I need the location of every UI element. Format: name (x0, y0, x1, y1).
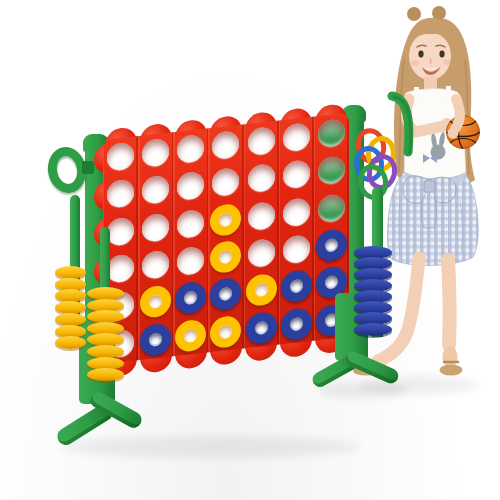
board-cell (208, 236, 243, 277)
board-cell (279, 266, 314, 307)
board-cell (314, 150, 349, 191)
yellow-disc (175, 318, 206, 352)
board-cell (138, 319, 173, 360)
board-cell (244, 121, 279, 162)
blue-disc (210, 277, 241, 311)
empty-hole (283, 122, 310, 152)
yellow-disc (140, 285, 171, 319)
board-cell (279, 191, 314, 232)
board-cell (173, 240, 208, 281)
empty-hole (248, 238, 275, 268)
board-cell (173, 315, 208, 356)
blue-disc (316, 228, 347, 262)
board-cell (244, 195, 279, 236)
blue-disc (175, 281, 206, 315)
yellow-disc (246, 273, 277, 307)
empty-hole (318, 118, 345, 148)
yellow-disc (210, 203, 241, 237)
empty-hole (142, 250, 169, 280)
empty-hole (318, 156, 345, 186)
product-photo-scene (0, 0, 500, 500)
empty-hole (107, 254, 134, 284)
board-cell (173, 128, 208, 169)
empty-hole (142, 138, 169, 168)
connect-four-board (103, 113, 349, 364)
blue-disc (246, 311, 277, 345)
board-cell (138, 170, 173, 211)
board-cell (279, 154, 314, 195)
empty-hole (212, 130, 239, 160)
board-cell (173, 203, 208, 244)
board-cell (208, 311, 243, 352)
blue-disc (281, 307, 312, 341)
empty-hole (177, 134, 204, 164)
board-cell (208, 124, 243, 165)
empty-hole (248, 164, 275, 194)
board-cell (138, 244, 173, 285)
sandal (440, 365, 463, 376)
empty-hole (142, 175, 169, 205)
empty-hole (107, 216, 134, 246)
board-cell (138, 282, 173, 323)
empty-hole (318, 193, 345, 223)
empty-hole (283, 234, 310, 264)
hair-bun (407, 7, 421, 21)
blue-toss-ring (354, 323, 392, 336)
board-cell (314, 187, 349, 228)
hair-bun (432, 6, 446, 20)
board-cell (244, 233, 279, 274)
board-cell (244, 307, 279, 348)
empty-hole (142, 213, 169, 243)
empty-hole (283, 197, 310, 227)
board-cell (244, 158, 279, 199)
board-cell (279, 303, 314, 344)
board-cell (208, 274, 243, 315)
empty-hole (177, 246, 204, 276)
board-cell (279, 117, 314, 158)
yellow-toss-ring (55, 313, 86, 326)
board-cell (173, 278, 208, 319)
board-cell (138, 207, 173, 248)
blue-disc (140, 322, 171, 356)
board-cell (173, 166, 208, 207)
yellow-disc (210, 240, 241, 274)
empty-hole (248, 126, 275, 156)
empty-hole (107, 179, 134, 209)
hoop-bracket (82, 161, 94, 174)
gingham-skirt (387, 172, 478, 266)
board-cell (208, 162, 243, 203)
board-cell (103, 136, 138, 177)
board-cell (314, 113, 349, 154)
yellow-disc (210, 315, 241, 349)
blue-disc (281, 269, 312, 303)
board-cell (103, 173, 138, 214)
board-cell (138, 132, 173, 173)
empty-hole (107, 142, 134, 172)
board-cell (279, 229, 314, 270)
board-cell (314, 225, 349, 266)
empty-hole (177, 171, 204, 201)
board-grid (103, 113, 349, 364)
empty-hole (212, 167, 239, 197)
empty-hole (283, 160, 310, 190)
empty-hole (248, 201, 275, 231)
empty-hole (177, 209, 204, 239)
board-cell (208, 199, 243, 240)
board-cell (244, 270, 279, 311)
